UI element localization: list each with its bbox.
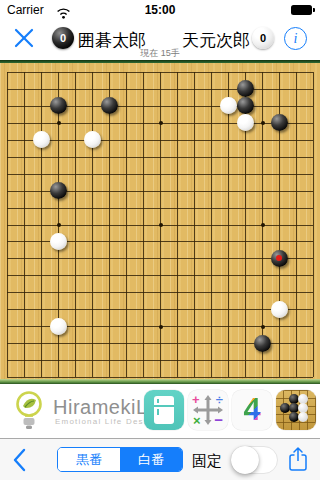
brand-tagline: Emotional Life Design bbox=[55, 417, 158, 426]
grid-line bbox=[177, 72, 178, 377]
grid-line bbox=[296, 72, 297, 377]
star-point bbox=[57, 223, 61, 227]
back-chevron-icon[interactable] bbox=[12, 448, 28, 472]
star-point bbox=[159, 223, 163, 227]
grid-line bbox=[7, 292, 313, 293]
math-app-icon[interactable]: +÷ ×− bbox=[188, 390, 228, 430]
go-stone-black[interactable] bbox=[271, 114, 288, 131]
go-stone-black[interactable] bbox=[50, 97, 67, 114]
go-board-area bbox=[0, 60, 320, 384]
go-stone-white[interactable] bbox=[237, 114, 254, 131]
grid-line bbox=[7, 360, 313, 361]
grid-line bbox=[7, 377, 313, 378]
go-stone-black[interactable] bbox=[50, 182, 67, 199]
star-point bbox=[261, 223, 265, 227]
go-board[interactable] bbox=[7, 72, 313, 377]
star-point bbox=[159, 325, 163, 329]
go-stone-white[interactable] bbox=[50, 233, 67, 250]
go-stone-black[interactable] bbox=[101, 97, 118, 114]
share-icon[interactable] bbox=[287, 446, 309, 473]
star-point bbox=[159, 121, 163, 125]
go-stone-white[interactable] bbox=[271, 301, 288, 318]
segment-white-turn[interactable]: 白番 bbox=[120, 448, 182, 471]
go-stone-white[interactable] bbox=[33, 131, 50, 148]
grid-line bbox=[211, 72, 212, 377]
fixed-label: 固定 bbox=[192, 452, 222, 471]
star-point bbox=[261, 325, 265, 329]
fixed-toggle[interactable] bbox=[231, 446, 278, 474]
lightbulb-logo-icon bbox=[10, 389, 48, 437]
grid-line bbox=[7, 309, 313, 310]
fridge-app-icon[interactable] bbox=[144, 390, 184, 430]
go-stone-black[interactable] bbox=[271, 250, 288, 267]
go-stone-white[interactable] bbox=[50, 318, 67, 335]
grid-line bbox=[228, 72, 229, 377]
grid-line bbox=[313, 72, 314, 377]
go-stone-black[interactable] bbox=[237, 97, 254, 114]
turn-segmented-control: 黒番 白番 bbox=[57, 447, 183, 472]
four-app-icon[interactable]: 4 bbox=[232, 390, 272, 430]
close-icon[interactable] bbox=[13, 27, 35, 49]
grid-line bbox=[7, 258, 313, 259]
clock: 15:00 bbox=[0, 3, 320, 17]
go-stone-white[interactable] bbox=[220, 97, 237, 114]
grid-line bbox=[194, 72, 195, 377]
star-point bbox=[261, 121, 265, 125]
segment-black-turn[interactable]: 黒番 bbox=[58, 448, 120, 471]
grid-line bbox=[7, 275, 313, 276]
white-captures-badge: 0 bbox=[252, 27, 274, 49]
go-stone-white[interactable] bbox=[84, 131, 101, 148]
star-point bbox=[57, 121, 61, 125]
bottom-toolbar: 黒番 白番 固定 bbox=[0, 438, 320, 480]
last-move-marker bbox=[276, 255, 282, 261]
header: 0 囲碁太郎 天元次郎 0 i 現在 15手 bbox=[0, 20, 320, 60]
go-stone-black[interactable] bbox=[254, 335, 271, 352]
status-bar: Carrier 15:00 bbox=[0, 0, 320, 20]
go-app-icon[interactable] bbox=[276, 390, 316, 430]
battery-icon bbox=[291, 5, 312, 15]
black-captures-badge: 0 bbox=[52, 27, 74, 49]
ad-banner[interactable]: HiramekiLab Emotional Life Design +÷ ×− … bbox=[0, 384, 320, 438]
go-stone-black[interactable] bbox=[237, 80, 254, 97]
move-counter: 現在 15手 bbox=[0, 47, 320, 60]
app-icon-row: +÷ ×− 4 bbox=[144, 390, 316, 430]
